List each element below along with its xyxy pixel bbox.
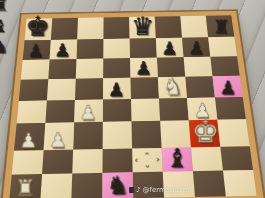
square-f5[interactable]: ♞ (157, 77, 186, 98)
white-pawn[interactable]: ♟ (49, 130, 67, 150)
move-marker-chevron-down-icon: › (142, 165, 152, 169)
black-pawn[interactable]: ♟ (162, 39, 178, 57)
square-a7[interactable]: ♟ (22, 40, 50, 60)
watermark-text: @fermaguzm (142, 186, 189, 194)
watermark: ♪ @fermaguzm (129, 185, 189, 194)
square-g5[interactable] (185, 76, 215, 97)
square-d8[interactable] (103, 17, 129, 39)
square-e6[interactable]: ♟ (130, 57, 158, 78)
black-pawn[interactable]: ♟ (54, 41, 70, 59)
square-a5[interactable] (18, 79, 48, 101)
square-h3[interactable] (217, 119, 249, 147)
square-c3[interactable] (73, 122, 103, 150)
black-pawn[interactable]: ♟ (108, 80, 125, 99)
square-c7[interactable] (76, 39, 103, 59)
square-d7[interactable] (103, 39, 130, 59)
black-pawn[interactable]: ♟ (28, 41, 44, 59)
white-rook[interactable]: ♜ (14, 177, 35, 198)
square-b2[interactable] (41, 149, 72, 174)
square-h8[interactable]: ♜ (205, 15, 234, 37)
square-g3[interactable]: ♚ (188, 119, 220, 147)
square-b6[interactable] (48, 59, 76, 80)
square-g2[interactable] (190, 147, 222, 172)
square-g8[interactable] (180, 16, 208, 38)
square-g6[interactable] (183, 56, 212, 77)
square-f7[interactable]: ♟ (155, 38, 183, 58)
black-king[interactable]: ♚ (25, 13, 49, 40)
square-e5[interactable] (130, 77, 158, 99)
music-note-icon: ♪ (136, 186, 140, 194)
board-scene: ♚♛♜♟♟♟♟♟♟♞♟♟♟♟♟♚››››♝♜♞ (0, 0, 265, 198)
square-b7[interactable]: ♟ (49, 39, 77, 59)
square-a3[interactable]: ♟ (14, 123, 45, 151)
black-bishop[interactable]: ♝ (166, 146, 189, 172)
black-pawn[interactable]: ♟ (135, 59, 152, 78)
square-a8[interactable]: ♚ (24, 18, 52, 40)
square-e4[interactable] (130, 98, 159, 121)
white-pawn[interactable]: ♟ (79, 103, 97, 122)
chess-board[interactable]: ♚♛♜♟♟♟♟♟♟♞♟♟♟♟♟♚››››♝♜♞ (1, 11, 263, 198)
square-d4[interactable] (102, 99, 131, 122)
square-b3[interactable]: ♟ (43, 122, 74, 150)
move-marker-chevron-right-icon: › (155, 155, 159, 164)
square-d6[interactable] (103, 58, 130, 79)
square-f4[interactable] (158, 98, 188, 121)
white-pawn[interactable]: ♟ (19, 130, 37, 150)
square-a6[interactable] (20, 59, 49, 80)
square-b8[interactable] (50, 18, 77, 40)
square-h7[interactable] (208, 37, 237, 57)
tiktok-logo-icon (129, 187, 134, 193)
square-h6[interactable] (210, 56, 239, 77)
square-c2[interactable] (72, 149, 102, 174)
move-marker-chevron-left-icon: › (134, 156, 138, 165)
square-a2[interactable] (11, 150, 43, 175)
square-e7[interactable] (129, 38, 156, 58)
square-g1[interactable] (192, 171, 225, 197)
square-d2[interactable] (102, 148, 132, 173)
square-c4[interactable]: ♟ (74, 99, 103, 122)
square-d3[interactable] (102, 121, 131, 149)
black-pawn[interactable]: ♟ (220, 78, 237, 97)
black-pawn[interactable]: ♟ (188, 39, 204, 57)
square-c5[interactable] (74, 78, 102, 100)
square-b5[interactable] (46, 79, 75, 101)
square-h2[interactable] (220, 146, 253, 171)
move-marker-chevron-up-icon: › (142, 151, 152, 155)
square-f8[interactable] (154, 16, 181, 38)
black-rook[interactable]: ♜ (212, 18, 230, 38)
black-queen[interactable]: ♛ (131, 13, 154, 38)
square-h5[interactable]: ♟ (212, 76, 242, 97)
square-b4[interactable] (45, 100, 75, 123)
square-a4[interactable] (16, 101, 46, 124)
white-knight[interactable]: ♞ (162, 75, 183, 98)
square-c6[interactable] (75, 58, 103, 79)
square-e2[interactable]: ›››› (132, 148, 163, 173)
square-a1[interactable]: ♜ (9, 174, 42, 198)
square-h1[interactable] (222, 170, 256, 196)
black-knight[interactable]: ♞ (106, 173, 129, 198)
square-c8[interactable] (77, 17, 103, 39)
square-c1[interactable] (71, 173, 102, 198)
chess-app-screenshot: ♜♝♞ ♟♜♟♝♞♝♟♟♛ ♚♛♜♟♟♟♟♟♟♞♟♟♟♟♟♚››››♝♜♞ ♪ … (0, 0, 265, 198)
square-b1[interactable] (40, 174, 72, 198)
square-f2[interactable]: ♝ (161, 147, 192, 172)
square-g7[interactable]: ♟ (182, 37, 210, 57)
square-e3[interactable] (131, 120, 161, 148)
square-d5[interactable]: ♟ (102, 78, 130, 100)
square-e8[interactable]: ♛ (129, 17, 156, 39)
white-king[interactable]: ♚ (191, 117, 218, 147)
